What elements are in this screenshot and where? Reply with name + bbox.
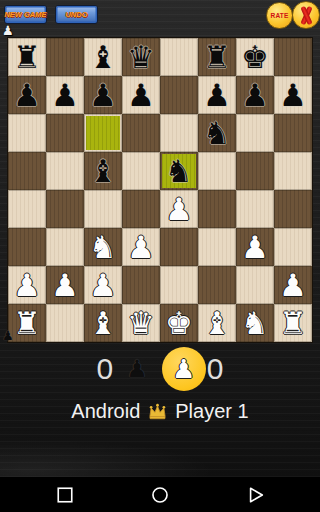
- square-f2[interactable]: [198, 266, 236, 304]
- black-pawn-b7[interactable]: ♟: [51, 76, 79, 114]
- white-side-pawn-icon: ♟: [2, 24, 14, 38]
- white-king-e1[interactable]: ♚: [165, 304, 193, 342]
- white-pawn-c2[interactable]: ♟: [89, 266, 117, 304]
- black-pawn-f7[interactable]: ♟: [203, 76, 231, 114]
- back-triangle-icon[interactable]: [247, 486, 265, 504]
- square-g8[interactable]: ♚: [236, 38, 274, 76]
- white-rook-h1[interactable]: ♜: [279, 304, 307, 342]
- square-h8[interactable]: [274, 38, 312, 76]
- square-a8[interactable]: ♜: [8, 38, 46, 76]
- square-h1[interactable]: ♜: [274, 304, 312, 342]
- black-pawn-icon: ♟: [126, 347, 148, 391]
- white-bishop-c1[interactable]: ♝: [89, 304, 117, 342]
- black-bishop-c5[interactable]: ♝: [89, 152, 117, 190]
- square-h4[interactable]: [274, 190, 312, 228]
- square-e2[interactable]: [160, 266, 198, 304]
- square-e3[interactable]: [160, 228, 198, 266]
- new-game-button[interactable]: NEW GAME: [4, 5, 47, 24]
- square-a4[interactable]: [8, 190, 46, 228]
- black-rook-f8[interactable]: ♜: [203, 38, 231, 76]
- square-e4[interactable]: ♟: [160, 190, 198, 228]
- square-a3[interactable]: [8, 228, 46, 266]
- square-b6[interactable]: [46, 114, 84, 152]
- home-circle-icon[interactable]: [151, 486, 169, 504]
- black-knight-f6[interactable]: ♞: [203, 114, 231, 152]
- square-d7[interactable]: ♟: [122, 76, 160, 114]
- white-pawn-b2[interactable]: ♟: [51, 266, 79, 304]
- square-b8[interactable]: [46, 38, 84, 76]
- square-d2[interactable]: [122, 266, 160, 304]
- square-h6[interactable]: [274, 114, 312, 152]
- square-e7[interactable]: [160, 76, 198, 114]
- black-pawn-g7[interactable]: ♟: [241, 76, 269, 114]
- square-d3[interactable]: ♟: [122, 228, 160, 266]
- white-pawn-d3[interactable]: ♟: [127, 228, 155, 266]
- square-f5[interactable]: [198, 152, 236, 190]
- square-f3[interactable]: [198, 228, 236, 266]
- square-a6[interactable]: [8, 114, 46, 152]
- square-b7[interactable]: ♟: [46, 76, 84, 114]
- square-f1[interactable]: ♝: [198, 304, 236, 342]
- black-pawn-h7[interactable]: ♟: [279, 76, 307, 114]
- player-right-name: Player 1: [175, 400, 248, 423]
- chess-board[interactable]: ♜♝♛♜♚♟♟♟♟♟♟♟♞♝♞♟♞♟♟♟♟♟♟♜♝♛♚♝♞♜: [8, 38, 312, 342]
- square-a5[interactable]: [8, 152, 46, 190]
- awareness-ribbon-icon: [296, 5, 316, 25]
- capture-score-bar: 0 ♟ ♟ 0: [0, 347, 320, 391]
- square-g4[interactable]: [236, 190, 274, 228]
- crown-icon: [147, 403, 168, 420]
- square-h5[interactable]: [274, 152, 312, 190]
- square-a1[interactable]: ♜: [8, 304, 46, 342]
- square-g1[interactable]: ♞: [236, 304, 274, 342]
- square-b1[interactable]: [46, 304, 84, 342]
- ribbon-button[interactable]: [292, 1, 320, 29]
- players-bar: Android Player 1: [0, 397, 320, 425]
- square-c2[interactable]: ♟: [84, 266, 122, 304]
- square-b4[interactable]: [46, 190, 84, 228]
- square-c4[interactable]: [84, 190, 122, 228]
- white-rook-a1[interactable]: ♜: [13, 304, 41, 342]
- white-pawn-h2[interactable]: ♟: [279, 266, 307, 304]
- square-g3[interactable]: ♟: [236, 228, 274, 266]
- undo-button[interactable]: UNDO: [55, 5, 98, 24]
- black-pawn-a7[interactable]: ♟: [13, 76, 41, 114]
- black-queen-d8[interactable]: ♛: [127, 38, 155, 76]
- white-pawn-icon: ♟: [172, 347, 195, 391]
- rate-button[interactable]: RATE: [266, 2, 293, 29]
- square-g6[interactable]: [236, 114, 274, 152]
- square-a2[interactable]: ♟: [8, 266, 46, 304]
- white-bishop-f1[interactable]: ♝: [203, 304, 231, 342]
- white-pawn-g3[interactable]: ♟: [241, 228, 269, 266]
- square-g7[interactable]: ♟: [236, 76, 274, 114]
- player-left-name: Android: [71, 400, 140, 423]
- square-b5[interactable]: [46, 152, 84, 190]
- black-king-g8[interactable]: ♚: [241, 38, 269, 76]
- square-h7[interactable]: ♟: [274, 76, 312, 114]
- square-c6[interactable]: [84, 114, 122, 152]
- square-f7[interactable]: ♟: [198, 76, 236, 114]
- square-f8[interactable]: ♜: [198, 38, 236, 76]
- white-pawn-e4[interactable]: ♟: [165, 190, 193, 228]
- square-e8[interactable]: [160, 38, 198, 76]
- black-score: 0: [97, 347, 114, 391]
- app-screen: NEW GAME UNDO RATE ♟ ♜♝♛♜♚♟♟♟♟♟♟♟♞♝♞♟♞♟♟…: [0, 0, 320, 512]
- square-d5[interactable]: [122, 152, 160, 190]
- square-b3[interactable]: [46, 228, 84, 266]
- square-c8[interactable]: ♝: [84, 38, 122, 76]
- white-knight-c3[interactable]: ♞: [89, 228, 117, 266]
- white-queen-d1[interactable]: ♛: [127, 304, 155, 342]
- square-c5[interactable]: ♝: [84, 152, 122, 190]
- square-f4[interactable]: [198, 190, 236, 228]
- square-g2[interactable]: [236, 266, 274, 304]
- white-knight-g1[interactable]: ♞: [241, 304, 269, 342]
- square-c3[interactable]: ♞: [84, 228, 122, 266]
- square-c1[interactable]: ♝: [84, 304, 122, 342]
- turn-indicator: ♟: [162, 347, 206, 391]
- recents-square-icon[interactable]: [56, 486, 74, 504]
- square-d8[interactable]: ♛: [122, 38, 160, 76]
- square-d1[interactable]: ♛: [122, 304, 160, 342]
- square-d4[interactable]: [122, 190, 160, 228]
- black-bishop-c8[interactable]: ♝: [89, 38, 117, 76]
- square-b2[interactable]: ♟: [46, 266, 84, 304]
- square-h3[interactable]: [274, 228, 312, 266]
- white-pawn-a2[interactable]: ♟: [13, 266, 41, 304]
- square-d6[interactable]: [122, 114, 160, 152]
- square-e6[interactable]: [160, 114, 198, 152]
- black-knight-e5[interactable]: ♞: [165, 152, 193, 190]
- android-nav-bar: [0, 477, 320, 512]
- black-pawn-d7[interactable]: ♟: [127, 76, 155, 114]
- white-score: 0: [207, 347, 224, 391]
- square-e5[interactable]: ♞: [160, 152, 198, 190]
- square-h2[interactable]: ♟: [274, 266, 312, 304]
- square-e1[interactable]: ♚: [160, 304, 198, 342]
- black-rook-a8[interactable]: ♜: [13, 38, 41, 76]
- square-g5[interactable]: [236, 152, 274, 190]
- square-f6[interactable]: ♞: [198, 114, 236, 152]
- square-c7[interactable]: ♟: [84, 76, 122, 114]
- square-a7[interactable]: ♟: [8, 76, 46, 114]
- black-side-pawn-icon: ♟: [2, 329, 14, 343]
- last-move-highlight-c6: [86, 116, 120, 150]
- black-pawn-c7[interactable]: ♟: [89, 76, 117, 114]
